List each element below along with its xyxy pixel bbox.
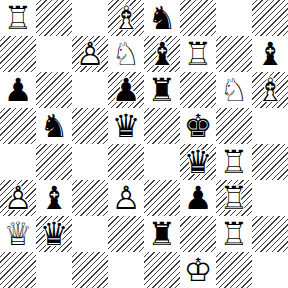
square-b1[interactable] <box>36 252 72 288</box>
piece-black-pawn-f3[interactable]: ♟ <box>180 180 216 216</box>
square-e6[interactable]: ♜ <box>144 72 180 108</box>
square-d2[interactable] <box>108 216 144 252</box>
square-c5[interactable] <box>72 108 108 144</box>
square-h3[interactable] <box>252 180 288 216</box>
square-g8[interactable] <box>216 0 252 36</box>
square-c3[interactable] <box>72 180 108 216</box>
square-g6[interactable]: ♞♘ <box>216 72 252 108</box>
square-g5[interactable] <box>216 108 252 144</box>
piece-white-bishop-h6[interactable]: ♗ <box>252 72 288 108</box>
square-b6[interactable] <box>36 72 72 108</box>
square-h2[interactable] <box>252 216 288 252</box>
square-f6[interactable] <box>180 72 216 108</box>
piece-white-rook-a8[interactable]: ♖ <box>0 0 36 36</box>
square-a5[interactable] <box>0 108 36 144</box>
square-g7[interactable] <box>216 36 252 72</box>
square-c2[interactable] <box>72 216 108 252</box>
square-g3[interactable]: ♜♖ <box>216 180 252 216</box>
square-a8[interactable]: ♜♖ <box>0 0 36 36</box>
chess-board: ♜♖♝♗♞♟♙♞♘♝♜♖♝♟♟♜♞♘♝♗♞♛♚♛♜♖♟♙♝♟♙♟♜♖♛♕♛♜♜♖… <box>0 0 288 288</box>
square-g1[interactable] <box>216 252 252 288</box>
square-c6[interactable] <box>72 72 108 108</box>
square-d3[interactable]: ♟♙ <box>108 180 144 216</box>
square-a2[interactable]: ♛♕ <box>0 216 36 252</box>
square-d6[interactable]: ♟ <box>108 72 144 108</box>
square-a6[interactable]: ♟ <box>0 72 36 108</box>
square-g2[interactable]: ♜♖ <box>216 216 252 252</box>
square-c4[interactable] <box>72 144 108 180</box>
piece-black-rook-e2[interactable]: ♜ <box>144 216 180 252</box>
square-d7[interactable]: ♞♘ <box>108 36 144 72</box>
piece-white-queen-a2[interactable]: ♕ <box>0 216 36 252</box>
square-h8[interactable] <box>252 0 288 36</box>
piece-black-bishop-h7[interactable]: ♝ <box>252 36 288 72</box>
square-e1[interactable] <box>144 252 180 288</box>
square-h7[interactable]: ♝ <box>252 36 288 72</box>
piece-white-rook-g2[interactable]: ♖ <box>216 216 252 252</box>
piece-white-pawn-a3[interactable]: ♙ <box>0 180 36 216</box>
piece-black-pawn-a6[interactable]: ♟ <box>0 72 36 108</box>
piece-black-bishop-e7[interactable]: ♝ <box>144 36 180 72</box>
square-h5[interactable] <box>252 108 288 144</box>
square-f8[interactable] <box>180 0 216 36</box>
square-e2[interactable]: ♜ <box>144 216 180 252</box>
square-d5[interactable]: ♛ <box>108 108 144 144</box>
square-e7[interactable]: ♝ <box>144 36 180 72</box>
square-c8[interactable] <box>72 0 108 36</box>
square-a1[interactable] <box>0 252 36 288</box>
piece-white-bishop-d8[interactable]: ♗ <box>108 0 144 36</box>
square-f5[interactable]: ♚ <box>180 108 216 144</box>
square-f3[interactable]: ♟ <box>180 180 216 216</box>
piece-black-queen-f4[interactable]: ♛ <box>180 144 216 180</box>
piece-black-knight-b5[interactable]: ♞ <box>36 108 72 144</box>
square-a3[interactable]: ♟♙ <box>0 180 36 216</box>
square-h6[interactable]: ♝♗ <box>252 72 288 108</box>
piece-black-knight-e8[interactable]: ♞ <box>144 0 180 36</box>
square-b3[interactable]: ♝ <box>36 180 72 216</box>
piece-white-rook-g3[interactable]: ♖ <box>216 180 252 216</box>
square-e8[interactable]: ♞ <box>144 0 180 36</box>
square-h4[interactable] <box>252 144 288 180</box>
piece-black-bishop-b3[interactable]: ♝ <box>36 180 72 216</box>
square-c1[interactable] <box>72 252 108 288</box>
piece-black-queen-b2[interactable]: ♛ <box>36 216 72 252</box>
piece-black-king-f5[interactable]: ♚ <box>180 108 216 144</box>
square-b4[interactable] <box>36 144 72 180</box>
square-f4[interactable]: ♛ <box>180 144 216 180</box>
square-h1[interactable] <box>252 252 288 288</box>
piece-white-pawn-c7[interactable]: ♙ <box>72 36 108 72</box>
square-d1[interactable] <box>108 252 144 288</box>
square-b7[interactable] <box>36 36 72 72</box>
square-a7[interactable] <box>0 36 36 72</box>
piece-white-rook-g4[interactable]: ♖ <box>216 144 252 180</box>
piece-white-knight-d7[interactable]: ♘ <box>108 36 144 72</box>
piece-white-pawn-d3[interactable]: ♙ <box>108 180 144 216</box>
square-g4[interactable]: ♜♖ <box>216 144 252 180</box>
square-f7[interactable]: ♜♖ <box>180 36 216 72</box>
square-a4[interactable] <box>0 144 36 180</box>
square-b8[interactable] <box>36 0 72 36</box>
piece-white-knight-g6[interactable]: ♘ <box>216 72 252 108</box>
square-e4[interactable] <box>144 144 180 180</box>
square-e3[interactable] <box>144 180 180 216</box>
square-b5[interactable]: ♞ <box>36 108 72 144</box>
square-d8[interactable]: ♝♗ <box>108 0 144 36</box>
piece-black-rook-e6[interactable]: ♜ <box>144 72 180 108</box>
piece-black-queen-d5[interactable]: ♛ <box>108 108 144 144</box>
square-f1[interactable]: ♚♔ <box>180 252 216 288</box>
piece-white-rook-f7[interactable]: ♖ <box>180 36 216 72</box>
piece-white-king-f1[interactable]: ♔ <box>180 252 216 288</box>
square-c7[interactable]: ♟♙ <box>72 36 108 72</box>
square-e5[interactable] <box>144 108 180 144</box>
square-d4[interactable] <box>108 144 144 180</box>
piece-black-pawn-d6[interactable]: ♟ <box>108 72 144 108</box>
square-f2[interactable] <box>180 216 216 252</box>
square-b2[interactable]: ♛ <box>36 216 72 252</box>
